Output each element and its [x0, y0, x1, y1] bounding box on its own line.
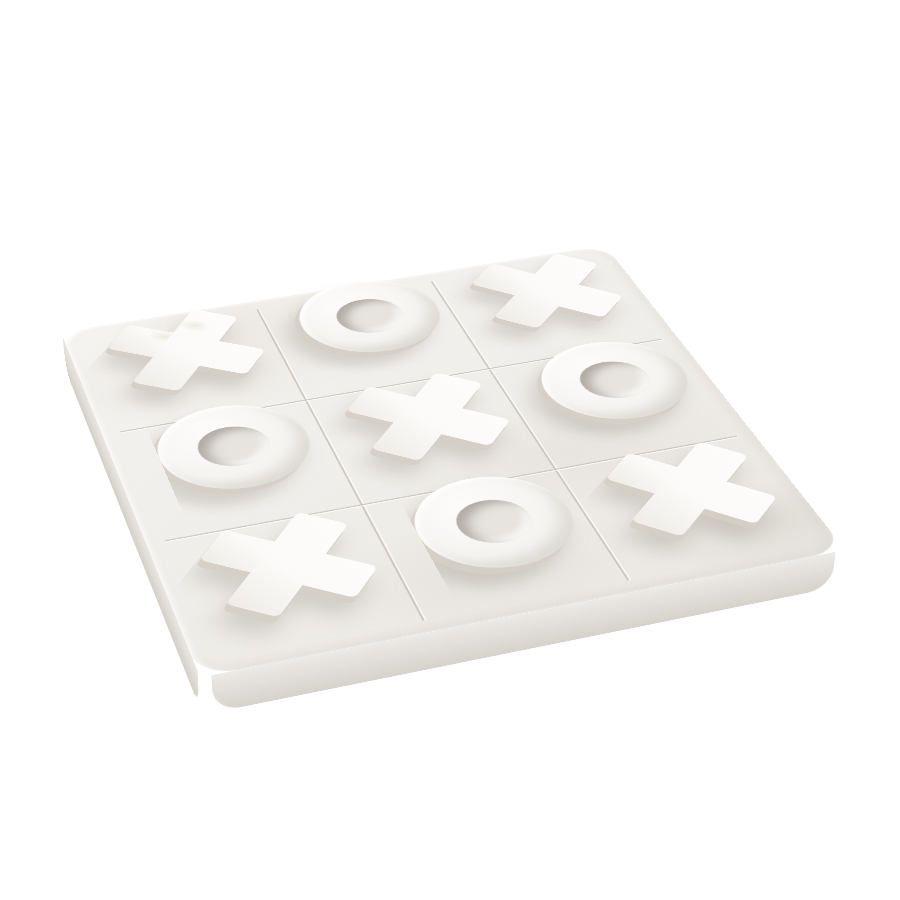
o-hole: [329, 295, 412, 337]
o-piece: [284, 272, 459, 362]
x-piece: [448, 242, 643, 340]
o-hole: [191, 421, 279, 471]
tic-tac-toe-board: [61, 245, 845, 677]
x-piece: [84, 301, 285, 401]
board-surface: [61, 245, 845, 677]
product-photo-scene: [0, 0, 900, 900]
x-piece: [579, 426, 799, 553]
o-hole: [446, 494, 542, 548]
o-hole: [570, 357, 660, 403]
